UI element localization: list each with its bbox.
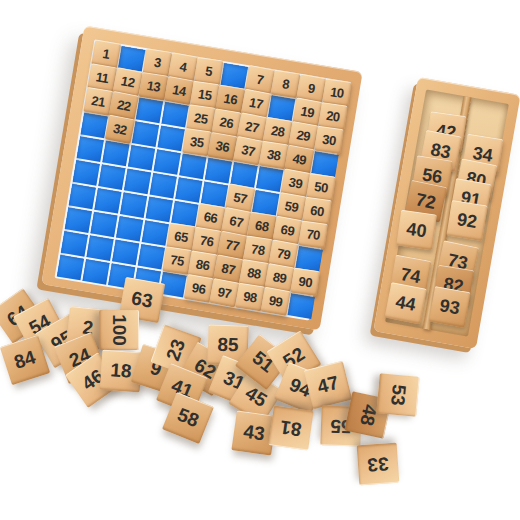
board-cell [161, 102, 188, 128]
board-cell: 90 [292, 270, 319, 296]
board-cell: 8 [272, 72, 299, 98]
board-cell: 30 [315, 128, 342, 154]
board-cell: 21 [84, 89, 111, 115]
board-cell: 13 [140, 74, 167, 100]
board-cell [205, 158, 232, 184]
board-cell [77, 136, 104, 162]
board-cell [82, 259, 109, 285]
board-cell [61, 231, 88, 257]
board-cell [154, 149, 181, 175]
board-cell [57, 255, 84, 281]
number-tile[interactable]: 93 [429, 286, 471, 328]
number-tile[interactable]: 40 [396, 210, 437, 251]
board-cell [116, 216, 143, 242]
board-cell: 32 [106, 117, 133, 143]
board-cell: 96 [185, 276, 212, 302]
number-tile[interactable]: 32 [105, 115, 135, 145]
number-tile[interactable]: 81 [268, 405, 313, 450]
number-tile[interactable]: 47 [304, 361, 352, 409]
board-cell [138, 244, 165, 270]
number-tile[interactable]: 30 [314, 126, 343, 154]
board-cell [146, 197, 173, 223]
board-cell [98, 164, 125, 190]
board-cell [157, 126, 184, 152]
board-cell [142, 220, 169, 246]
board-cell: 35 [183, 130, 210, 156]
board-cell [73, 160, 100, 186]
hundred-board-grid: 1345789101112131415161719202122252627282… [54, 39, 348, 320]
number-tile[interactable]: 75 [162, 246, 191, 274]
number-tile[interactable]: 33 [357, 443, 400, 486]
board-cell: 37 [234, 138, 261, 164]
board-cell: 38 [260, 143, 287, 169]
number-tile[interactable]: 99 [261, 287, 291, 316]
tile-tray: 42835672407444 34809192738293 [373, 77, 520, 349]
board-cell [81, 113, 108, 139]
board-cell: 75 [163, 248, 190, 274]
board-cell [124, 169, 151, 195]
board-cell: 97 [211, 280, 238, 306]
board-cell [94, 188, 121, 214]
board-cell: 14 [165, 78, 192, 104]
number-tile[interactable]: 70 [299, 220, 328, 248]
number-tile[interactable]: 92 [446, 200, 487, 241]
board-cell [65, 207, 92, 233]
board-cell [112, 240, 139, 266]
board-cell [179, 153, 206, 179]
board-cell [150, 173, 177, 199]
board-cell: 36 [209, 134, 236, 160]
hundred-board: 1345789101112131415161719202122252627282… [41, 26, 362, 331]
board-cell [102, 141, 129, 167]
board-cell [136, 98, 163, 124]
board-cell [132, 121, 159, 147]
number-tile[interactable]: 53 [376, 373, 419, 416]
board-cell [90, 212, 117, 238]
number-tile[interactable]: 100 [99, 310, 139, 350]
board-cell: 70 [299, 222, 326, 248]
number-tile[interactable]: 44 [385, 282, 427, 324]
board-cell [120, 192, 147, 218]
number-tile[interactable]: 14 [164, 76, 194, 105]
board-cell: 98 [236, 285, 263, 311]
product-photo-scene: 1345789101112131415161719202122252627282… [0, 0, 520, 520]
number-tile[interactable]: 35 [182, 128, 211, 156]
board-cell [288, 293, 315, 319]
board-cell [69, 184, 96, 210]
board-cell [128, 145, 155, 171]
board-cell [256, 166, 283, 192]
tile-tray-inner: 42835672407444 34809192738293 [385, 89, 509, 336]
board-cell [86, 235, 113, 261]
number-tile[interactable]: 90 [291, 268, 320, 296]
board-cell: 99 [262, 289, 289, 315]
board-cell [175, 177, 202, 203]
